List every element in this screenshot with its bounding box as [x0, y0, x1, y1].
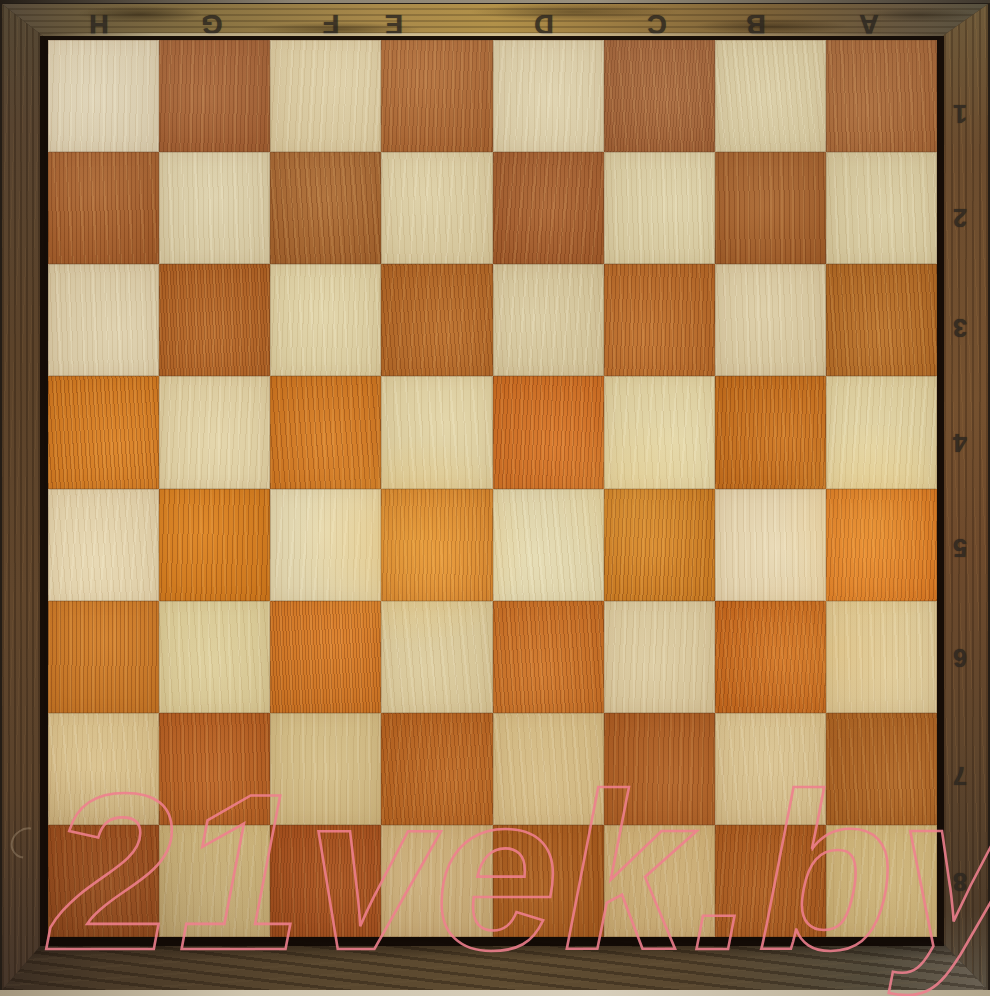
- square-g5[interactable]: [159, 489, 270, 601]
- square-f5[interactable]: [270, 489, 381, 601]
- rank-label-8: 8: [953, 866, 967, 895]
- board-squares-grid: [48, 40, 937, 937]
- square-d6[interactable]: [493, 601, 604, 713]
- rank-label-6: 6: [953, 642, 967, 671]
- square-c2[interactable]: [604, 152, 715, 264]
- square-g7[interactable]: [159, 713, 270, 825]
- square-a4[interactable]: [826, 376, 937, 488]
- square-g3[interactable]: [159, 264, 270, 376]
- square-d5[interactable]: [493, 489, 604, 601]
- frame-top-edge-highlight: [0, 0, 990, 3]
- square-c8[interactable]: [604, 825, 715, 937]
- square-a5[interactable]: [826, 489, 937, 601]
- square-c7[interactable]: [604, 713, 715, 825]
- square-b1[interactable]: [715, 40, 826, 152]
- rank-label-5: 5: [953, 532, 967, 561]
- square-b8[interactable]: [715, 825, 826, 937]
- square-f7[interactable]: [270, 713, 381, 825]
- frame-inner-bevel-highlight: [48, 33, 935, 36]
- square-b6[interactable]: [715, 601, 826, 713]
- chess-board: [40, 36, 944, 946]
- square-d4[interactable]: [493, 376, 604, 488]
- square-d3[interactable]: [493, 264, 604, 376]
- square-d1[interactable]: [493, 40, 604, 152]
- rank-label-7: 7: [953, 760, 967, 789]
- square-e2[interactable]: [381, 152, 492, 264]
- square-f8[interactable]: [270, 825, 381, 937]
- rank-label-4: 4: [953, 428, 967, 457]
- square-h7[interactable]: [48, 713, 159, 825]
- square-c6[interactable]: [604, 601, 715, 713]
- square-g8[interactable]: [159, 825, 270, 937]
- square-e7[interactable]: [381, 713, 492, 825]
- square-f6[interactable]: [270, 601, 381, 713]
- square-h4[interactable]: [48, 376, 159, 488]
- square-c4[interactable]: [604, 376, 715, 488]
- square-f3[interactable]: [270, 264, 381, 376]
- square-h6[interactable]: [48, 601, 159, 713]
- square-h3[interactable]: [48, 264, 159, 376]
- square-a1[interactable]: [826, 40, 937, 152]
- rank-label-1: 1: [953, 99, 967, 128]
- square-g6[interactable]: [159, 601, 270, 713]
- chessboard-photo: HGFEDCBA 12345678 21vek.by: [0, 0, 990, 996]
- square-e8[interactable]: [381, 825, 492, 937]
- square-d2[interactable]: [493, 152, 604, 264]
- square-a7[interactable]: [826, 713, 937, 825]
- square-g4[interactable]: [159, 376, 270, 488]
- square-d7[interactable]: [493, 713, 604, 825]
- square-a8[interactable]: [826, 825, 937, 937]
- square-e4[interactable]: [381, 376, 492, 488]
- frame-bottom-edge-highlight: [0, 990, 990, 996]
- square-f4[interactable]: [270, 376, 381, 488]
- board-frame-right: 12345678: [937, 4, 988, 990]
- square-h5[interactable]: [48, 489, 159, 601]
- square-g1[interactable]: [159, 40, 270, 152]
- square-e1[interactable]: [381, 40, 492, 152]
- square-a3[interactable]: [826, 264, 937, 376]
- square-b3[interactable]: [715, 264, 826, 376]
- square-e6[interactable]: [381, 601, 492, 713]
- square-c3[interactable]: [604, 264, 715, 376]
- square-b5[interactable]: [715, 489, 826, 601]
- square-b7[interactable]: [715, 713, 826, 825]
- square-c5[interactable]: [604, 489, 715, 601]
- square-h2[interactable]: [48, 152, 159, 264]
- square-c1[interactable]: [604, 40, 715, 152]
- square-e5[interactable]: [381, 489, 492, 601]
- rank-label-2: 2: [953, 203, 967, 232]
- square-f2[interactable]: [270, 152, 381, 264]
- square-h8[interactable]: [48, 825, 159, 937]
- square-a6[interactable]: [826, 601, 937, 713]
- square-b2[interactable]: [715, 152, 826, 264]
- square-e3[interactable]: [381, 264, 492, 376]
- square-f1[interactable]: [270, 40, 381, 152]
- square-d8[interactable]: [493, 825, 604, 937]
- square-b4[interactable]: [715, 376, 826, 488]
- square-a2[interactable]: [826, 152, 937, 264]
- square-g2[interactable]: [159, 152, 270, 264]
- square-h1[interactable]: [48, 40, 159, 152]
- rank-label-3: 3: [953, 313, 967, 342]
